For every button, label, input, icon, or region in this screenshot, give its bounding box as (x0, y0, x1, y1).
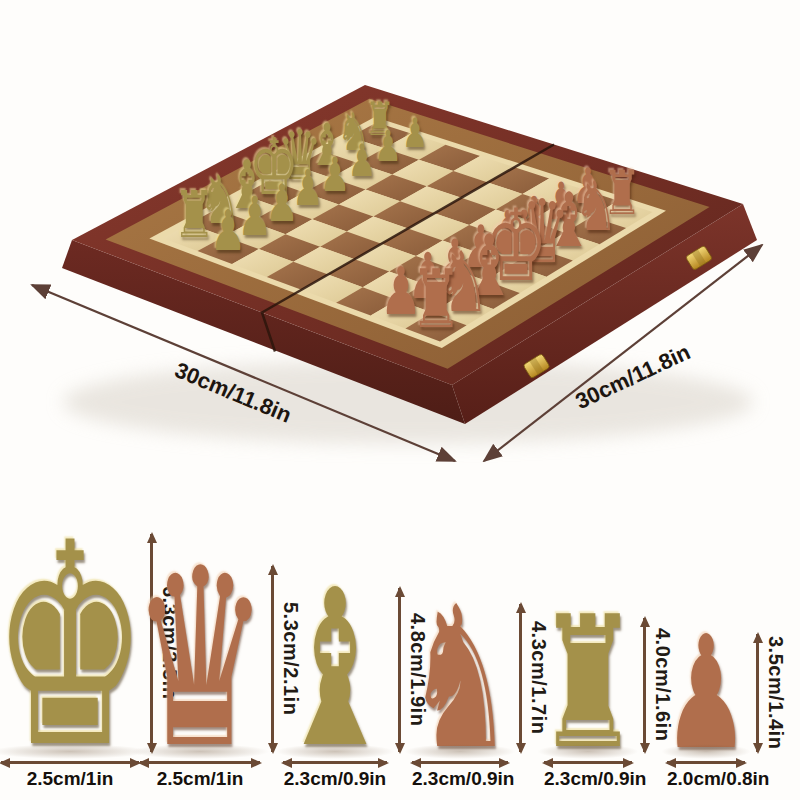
king-figure: ♚ (1, 534, 139, 752)
height-arrow (519, 604, 522, 752)
base-arrow (1, 761, 139, 764)
size-chart: ♚ 6.3cm/2.5in 2.5cm/1in ♛ 5.3cm/2.1in 2.… (0, 498, 800, 790)
base-arrow (667, 761, 745, 764)
bishop-piece-glyph: ♝ (275, 562, 395, 778)
size-item-rook: ♜ 4.0cm/1.6in 2.3cm/0.9in (544, 618, 674, 790)
knight-piece-glyph: ♞ (406, 580, 515, 776)
size-item-knight: ♞ 4.3cm/1.7in 2.3cm/0.9in (412, 604, 550, 790)
chess-board (0, 0, 800, 500)
board-scene: ♜♟♞♟♝♟♛♟♚♟♟♝♜♟♟♞♞♟♟♜♝♟♟♛♟♚♟♝♟♞♟♜ 30cm/11… (0, 0, 800, 500)
base-arrow (140, 761, 260, 764)
base-arrow (283, 761, 387, 764)
height-arrow (756, 634, 759, 752)
pawn-figure: ♟ (667, 634, 745, 752)
height-label: 3.5cm/1.4in (764, 636, 787, 749)
rook-figure: ♜ (544, 618, 632, 752)
knight-figure: ♞ (412, 604, 508, 752)
queen-piece-glyph: ♛ (132, 536, 269, 782)
size-item-pawn: ♟ 3.5cm/1.4in 2.0cm/0.8in (667, 634, 787, 790)
bishop-figure: ♝ (283, 588, 387, 752)
height-arrow (643, 618, 646, 752)
height-arrow (398, 588, 401, 752)
rook-piece-glyph: ♜ (537, 592, 638, 774)
king-piece-glyph: ♚ (0, 506, 148, 786)
base-arrow (412, 761, 508, 764)
chess-set-product-photo: ♜♟♞♟♝♟♛♟♚♟♟♝♜♟♟♞♞♟♟♜♝♟♟♛♟♚♟♝♟♞♟♜ 30cm/11… (0, 0, 800, 800)
pawn-piece-glyph: ♟ (663, 615, 750, 771)
queen-figure: ♛ (140, 566, 260, 752)
base-arrow (544, 761, 632, 764)
height-arrow (271, 566, 274, 752)
